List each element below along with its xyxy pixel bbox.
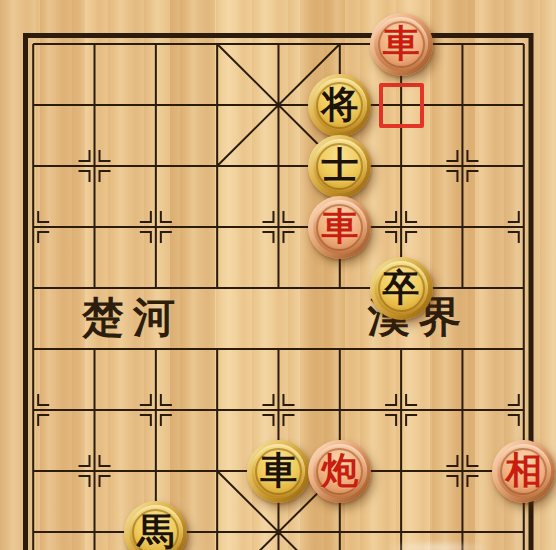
piece-red-chariot-top[interactable]: 車 [370,13,433,76]
board-point[interactable] [432,258,493,319]
board-point[interactable] [248,136,309,197]
board-point[interactable] [125,319,186,380]
board-point[interactable] [493,14,554,75]
board-point[interactable] [432,197,493,258]
board-point[interactable] [3,197,64,258]
board-point[interactable] [309,258,370,319]
board-point[interactable] [248,75,309,136]
board-point[interactable] [125,136,186,197]
board-point[interactable] [432,380,493,441]
board-point[interactable] [3,75,64,136]
board-point[interactable] [370,197,431,258]
piece-red-cannon[interactable]: 炮 [308,440,371,503]
board-point[interactable] [493,380,554,441]
board-point[interactable] [3,502,64,550]
piece-glyph: 将 [321,86,358,123]
board-point[interactable] [432,441,493,502]
piece-glyph: 車 [321,208,358,245]
board-point[interactable] [125,197,186,258]
board-point[interactable] [248,380,309,441]
board-point[interactable] [370,136,431,197]
board-point[interactable] [186,380,247,441]
piece-glyph: 卒 [383,269,420,306]
board-point[interactable] [3,441,64,502]
piece-glyph: 馬 [137,513,174,550]
board-point[interactable] [248,197,309,258]
piece-black-soldier[interactable]: 卒 [370,257,433,320]
piece-glyph: 相 [505,452,542,489]
board-point[interactable] [248,502,309,550]
board-point[interactable] [125,258,186,319]
board-point[interactable] [493,258,554,319]
board-point[interactable] [493,136,554,197]
piece-glyph: 炮 [321,452,358,489]
board-point[interactable] [3,319,64,380]
board-point[interactable] [125,441,186,502]
board-point[interactable] [64,502,125,550]
board-point[interactable] [186,319,247,380]
board-point[interactable] [64,380,125,441]
piece-red-chariot[interactable]: 車 [308,196,371,259]
board-point[interactable] [248,319,309,380]
board-point[interactable] [3,136,64,197]
board-point[interactable] [493,197,554,258]
board-point[interactable] [432,136,493,197]
board-point[interactable] [186,441,247,502]
piece-red-elephant[interactable]: 相 [492,440,555,503]
board-point[interactable] [248,258,309,319]
piece-black-chariot[interactable]: 車 [247,440,310,503]
board-point[interactable] [64,197,125,258]
last-move-marker [379,83,424,128]
glare-highlight [383,540,491,550]
board-point[interactable] [186,258,247,319]
board-point[interactable] [64,441,125,502]
board-point-grid: 車将士車卒車炮相馬 [3,14,555,550]
board-point[interactable] [309,319,370,380]
board-point[interactable] [3,258,64,319]
board-point[interactable] [309,502,370,550]
board-point[interactable] [432,14,493,75]
board-point[interactable] [309,380,370,441]
board-point[interactable] [186,75,247,136]
board-point[interactable] [432,75,493,136]
board-point[interactable] [64,258,125,319]
xiangqi-board: 楚河 漢界 車将士車卒車炮相馬 [0,0,556,550]
board-point[interactable] [64,14,125,75]
board-point[interactable] [125,75,186,136]
board-point[interactable] [248,14,309,75]
board-point[interactable] [64,136,125,197]
piece-glyph: 士 [321,147,358,184]
board-point[interactable] [186,136,247,197]
board-point[interactable] [186,14,247,75]
board-point[interactable] [3,14,64,75]
board-point[interactable] [370,441,431,502]
piece-black-general[interactable]: 将 [308,74,371,137]
board-point[interactable] [125,380,186,441]
board-point[interactable] [64,319,125,380]
board-point[interactable] [493,75,554,136]
board-point[interactable] [432,319,493,380]
board-point[interactable] [370,319,431,380]
piece-black-advisor[interactable]: 士 [308,135,371,198]
piece-glyph: 車 [383,25,420,62]
board-point[interactable] [493,319,554,380]
board-point[interactable] [186,502,247,550]
board-point[interactable] [125,14,186,75]
piece-glyph: 車 [260,452,297,489]
board-point[interactable] [309,14,370,75]
board-point[interactable] [370,380,431,441]
board-point[interactable] [493,502,554,550]
board-point[interactable] [64,75,125,136]
board-point[interactable] [3,380,64,441]
board-point[interactable] [186,197,247,258]
